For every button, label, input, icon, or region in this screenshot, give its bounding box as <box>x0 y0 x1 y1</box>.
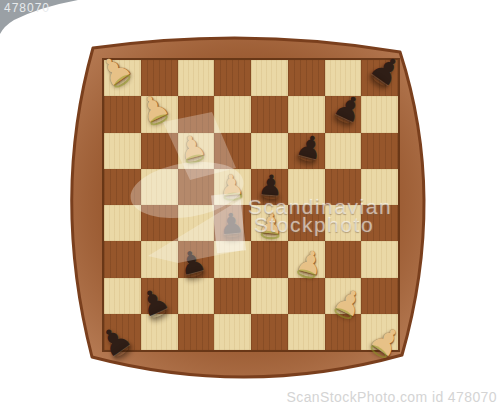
square-g3[interactable] <box>325 241 362 277</box>
square-b5[interactable] <box>141 169 178 205</box>
white-pawn-c6[interactable]: ♟ <box>176 129 210 165</box>
square-b6[interactable] <box>141 133 178 169</box>
square-g2[interactable]: ♟ <box>325 278 362 314</box>
square-f1[interactable] <box>288 314 325 350</box>
square-f8[interactable] <box>288 60 325 96</box>
square-d5[interactable]: ♟ <box>214 169 251 205</box>
square-a8[interactable]: ♟ <box>104 60 141 96</box>
square-b3[interactable] <box>141 241 178 277</box>
white-pawn-f3[interactable]: ♟ <box>293 245 327 281</box>
watermark-agency-line2: Stockphoto <box>254 213 374 237</box>
square-a4[interactable] <box>104 205 141 241</box>
black-pawn-c3[interactable]: ♟ <box>176 245 210 281</box>
square-e7[interactable] <box>251 96 288 132</box>
square-h8[interactable]: ♟ <box>361 60 398 96</box>
square-d8[interactable] <box>214 60 251 96</box>
square-e8[interactable] <box>251 60 288 96</box>
square-d2[interactable] <box>214 278 251 314</box>
square-a3[interactable] <box>104 241 141 277</box>
square-c3[interactable]: ♟ <box>178 241 215 277</box>
square-a5[interactable] <box>104 169 141 205</box>
square-c6[interactable]: ♟ <box>178 133 215 169</box>
square-f3[interactable]: ♟ <box>288 241 325 277</box>
square-c5[interactable] <box>178 169 215 205</box>
square-h3[interactable] <box>361 241 398 277</box>
square-e1[interactable] <box>251 314 288 350</box>
square-d4[interactable]: ♟ <box>214 205 251 241</box>
square-e3[interactable] <box>251 241 288 277</box>
square-h1[interactable]: ♟ <box>361 314 398 350</box>
square-d7[interactable] <box>214 96 251 132</box>
square-b7[interactable]: ♟ <box>141 96 178 132</box>
square-e6[interactable] <box>251 133 288 169</box>
square-a6[interactable] <box>104 133 141 169</box>
black-pawn-d4[interactable]: ♟ <box>218 209 245 239</box>
square-c1[interactable] <box>178 314 215 350</box>
square-d1[interactable] <box>214 314 251 350</box>
square-g6[interactable] <box>325 133 362 169</box>
square-f2[interactable] <box>288 278 325 314</box>
stock-photo-canvas: ♟♟♟♟♟♟♟♟♟♟♟♟♟♟♟♟ 478070 Scandinavian Sto… <box>0 0 500 407</box>
square-d3[interactable] <box>214 241 251 277</box>
square-d6[interactable] <box>214 133 251 169</box>
square-g7[interactable]: ♟ <box>325 96 362 132</box>
square-h6[interactable] <box>361 133 398 169</box>
square-b4[interactable] <box>141 205 178 241</box>
watermark-image-id: 478070 <box>4 1 50 15</box>
square-c2[interactable] <box>178 278 215 314</box>
square-c8[interactable] <box>178 60 215 96</box>
square-f6[interactable]: ♟ <box>288 133 325 169</box>
watermark-site-credit: ScanStockPhoto.com id 478070 <box>287 389 497 405</box>
square-c4[interactable] <box>178 205 215 241</box>
square-e2[interactable] <box>251 278 288 314</box>
square-a1[interactable]: ♟ <box>104 314 141 350</box>
white-pawn-d5[interactable]: ♟ <box>218 171 245 201</box>
black-pawn-f6[interactable]: ♟ <box>293 129 327 165</box>
square-b2[interactable]: ♟ <box>141 278 178 314</box>
